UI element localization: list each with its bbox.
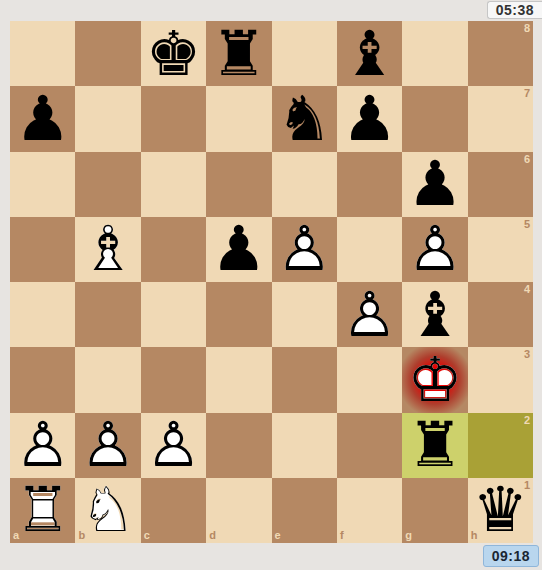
rank-label-2: 2 bbox=[524, 415, 530, 426]
square-c7[interactable] bbox=[141, 86, 206, 151]
file-label-f: f bbox=[340, 530, 344, 541]
clock-bottom: 09:18 bbox=[483, 545, 539, 567]
piece-black-pawn[interactable]: ♟︎ bbox=[10, 86, 75, 151]
square-g8[interactable] bbox=[402, 21, 467, 86]
piece-black-rook[interactable]: ♜︎ bbox=[206, 21, 271, 86]
square-h1[interactable]: ♛︎1h bbox=[468, 478, 533, 543]
square-e1[interactable]: e bbox=[272, 478, 337, 543]
square-h7[interactable]: 7 bbox=[468, 86, 533, 151]
piece-white-pawn[interactable]: ♟︎♙︎ bbox=[402, 217, 467, 282]
square-g2[interactable]: ♜︎ bbox=[402, 413, 467, 478]
square-d1[interactable]: d bbox=[206, 478, 271, 543]
square-g3[interactable]: ♚︎♔︎ bbox=[402, 347, 467, 412]
square-f6[interactable] bbox=[337, 152, 402, 217]
square-d5[interactable]: ♟︎ bbox=[206, 217, 271, 282]
square-h3[interactable]: 3 bbox=[468, 347, 533, 412]
rank-label-8: 8 bbox=[524, 23, 530, 34]
clock-bottom-time: 09:18 bbox=[492, 548, 530, 564]
square-e5[interactable]: ♟︎♙︎ bbox=[272, 217, 337, 282]
square-d8[interactable]: ♜︎ bbox=[206, 21, 271, 86]
piece-white-knight[interactable]: ♞︎♘︎ bbox=[75, 478, 140, 543]
square-b5[interactable]: ♝︎♗︎ bbox=[75, 217, 140, 282]
square-f1[interactable]: f bbox=[337, 478, 402, 543]
piece-white-pawn[interactable]: ♟︎♙︎ bbox=[75, 413, 140, 478]
square-b2[interactable]: ♟︎♙︎ bbox=[75, 413, 140, 478]
chess-board: ♚︎♜︎♝︎8♟︎♞︎♟︎7♟︎6♝︎♗︎♟︎♟︎♙︎♟︎♙︎5♟︎♙︎♝︎4♚… bbox=[10, 21, 533, 543]
piece-white-king[interactable]: ♚︎♔︎ bbox=[402, 347, 467, 412]
square-g1[interactable]: g bbox=[402, 478, 467, 543]
clock-top-time: 05:38 bbox=[496, 2, 534, 18]
square-h6[interactable]: 6 bbox=[468, 152, 533, 217]
square-f3[interactable] bbox=[337, 347, 402, 412]
square-a2[interactable]: ♟︎♙︎ bbox=[10, 413, 75, 478]
square-d2[interactable] bbox=[206, 413, 271, 478]
square-c6[interactable] bbox=[141, 152, 206, 217]
square-g6[interactable]: ♟︎ bbox=[402, 152, 467, 217]
square-h8[interactable]: 8 bbox=[468, 21, 533, 86]
piece-black-queen[interactable]: ♛︎ bbox=[468, 478, 533, 543]
square-c5[interactable] bbox=[141, 217, 206, 282]
square-e6[interactable] bbox=[272, 152, 337, 217]
square-d7[interactable] bbox=[206, 86, 271, 151]
rank-label-3: 3 bbox=[524, 349, 530, 360]
file-label-e: e bbox=[275, 530, 281, 541]
piece-black-bishop[interactable]: ♝︎ bbox=[337, 21, 402, 86]
square-a3[interactable] bbox=[10, 347, 75, 412]
square-c2[interactable]: ♟︎♙︎ bbox=[141, 413, 206, 478]
square-h5[interactable]: 5 bbox=[468, 217, 533, 282]
square-f4[interactable]: ♟︎♙︎ bbox=[337, 282, 402, 347]
piece-black-knight[interactable]: ♞︎ bbox=[272, 86, 337, 151]
square-d4[interactable] bbox=[206, 282, 271, 347]
square-d3[interactable] bbox=[206, 347, 271, 412]
square-f8[interactable]: ♝︎ bbox=[337, 21, 402, 86]
piece-white-pawn[interactable]: ♟︎♙︎ bbox=[141, 413, 206, 478]
square-e4[interactable] bbox=[272, 282, 337, 347]
square-e7[interactable]: ♞︎ bbox=[272, 86, 337, 151]
rank-label-6: 6 bbox=[524, 154, 530, 165]
piece-black-pawn[interactable]: ♟︎ bbox=[206, 217, 271, 282]
file-label-c: c bbox=[144, 530, 150, 541]
square-b7[interactable] bbox=[75, 86, 140, 151]
square-f7[interactable]: ♟︎ bbox=[337, 86, 402, 151]
square-c8[interactable]: ♚︎ bbox=[141, 21, 206, 86]
square-h4[interactable]: 4 bbox=[468, 282, 533, 347]
square-b4[interactable] bbox=[75, 282, 140, 347]
file-label-g: g bbox=[405, 530, 412, 541]
square-e3[interactable] bbox=[272, 347, 337, 412]
square-e8[interactable] bbox=[272, 21, 337, 86]
piece-black-pawn[interactable]: ♟︎ bbox=[337, 86, 402, 151]
piece-white-rook[interactable]: ♜︎♖︎ bbox=[10, 478, 75, 543]
piece-black-rook[interactable]: ♜︎ bbox=[402, 413, 467, 478]
square-d6[interactable] bbox=[206, 152, 271, 217]
square-a6[interactable] bbox=[10, 152, 75, 217]
square-b3[interactable] bbox=[75, 347, 140, 412]
square-a4[interactable] bbox=[10, 282, 75, 347]
square-f2[interactable] bbox=[337, 413, 402, 478]
square-b1[interactable]: ♞︎♘︎b bbox=[75, 478, 140, 543]
clock-top: 05:38 bbox=[487, 1, 542, 19]
file-label-d: d bbox=[209, 530, 216, 541]
square-a5[interactable] bbox=[10, 217, 75, 282]
piece-white-pawn[interactable]: ♟︎♙︎ bbox=[337, 282, 402, 347]
square-a8[interactable] bbox=[10, 21, 75, 86]
square-c3[interactable] bbox=[141, 347, 206, 412]
rank-label-5: 5 bbox=[524, 219, 530, 230]
piece-white-bishop[interactable]: ♝︎♗︎ bbox=[75, 217, 140, 282]
piece-black-king[interactable]: ♚︎ bbox=[141, 21, 206, 86]
square-c1[interactable]: c bbox=[141, 478, 206, 543]
piece-black-bishop[interactable]: ♝︎ bbox=[402, 282, 467, 347]
piece-white-pawn[interactable]: ♟︎♙︎ bbox=[272, 217, 337, 282]
square-a7[interactable]: ♟︎ bbox=[10, 86, 75, 151]
square-g4[interactable]: ♝︎ bbox=[402, 282, 467, 347]
square-b6[interactable] bbox=[75, 152, 140, 217]
square-a1[interactable]: ♜︎♖︎a bbox=[10, 478, 75, 543]
square-f5[interactable] bbox=[337, 217, 402, 282]
square-c4[interactable] bbox=[141, 282, 206, 347]
square-g5[interactable]: ♟︎♙︎ bbox=[402, 217, 467, 282]
game-screen: 05:38 ♚︎♜︎♝︎8♟︎♞︎♟︎7♟︎6♝︎♗︎♟︎♟︎♙︎♟︎♙︎5♟︎… bbox=[0, 0, 542, 570]
square-b8[interactable] bbox=[75, 21, 140, 86]
piece-white-pawn[interactable]: ♟︎♙︎ bbox=[10, 413, 75, 478]
rank-label-4: 4 bbox=[524, 284, 530, 295]
square-h2[interactable]: 2 bbox=[468, 413, 533, 478]
piece-black-pawn[interactable]: ♟︎ bbox=[402, 152, 467, 217]
square-g7[interactable] bbox=[402, 86, 467, 151]
rank-label-7: 7 bbox=[524, 88, 530, 99]
square-e2[interactable] bbox=[272, 413, 337, 478]
